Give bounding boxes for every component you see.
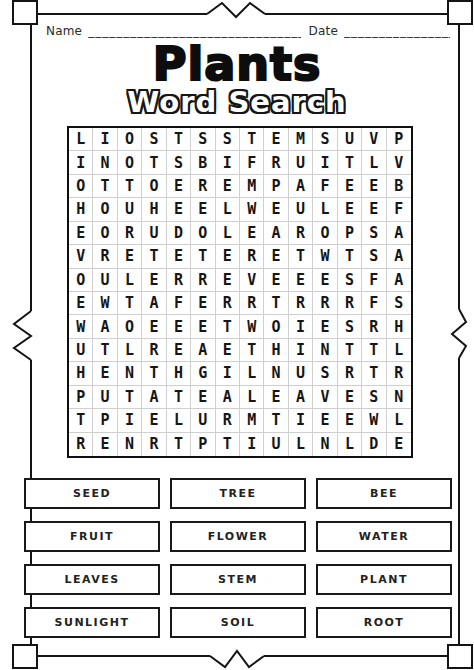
word-label: PLANT: [360, 573, 408, 586]
word-box-water[interactable]: WATER: [316, 521, 452, 552]
grid-cell[interactable]: R: [93, 245, 117, 268]
grid-cell[interactable]: E: [216, 269, 240, 292]
grid-cell[interactable]: S: [387, 292, 411, 315]
grid-cell[interactable]: E: [387, 433, 411, 456]
word-box-seed[interactable]: SEED: [24, 478, 160, 509]
grid-cell[interactable]: L: [240, 362, 264, 385]
grid-cell[interactable]: R: [118, 222, 142, 245]
grid-cell[interactable]: W: [240, 315, 264, 338]
grid-cell[interactable]: P: [191, 433, 215, 456]
grid-cell[interactable]: R: [142, 339, 166, 362]
word-box-tree[interactable]: TREE: [170, 478, 306, 509]
grid-cell[interactable]: I: [118, 409, 142, 432]
name-input-line[interactable]: ________________________________________…: [88, 24, 300, 38]
grid-cell[interactable]: L: [313, 198, 337, 221]
grid-cell[interactable]: E: [362, 175, 386, 198]
grid-cell[interactable]: O: [118, 128, 142, 151]
grid-cell[interactable]: R: [264, 151, 288, 174]
grid-cell[interactable]: H: [69, 362, 93, 385]
grid-cell[interactable]: S: [338, 269, 362, 292]
word-box-soil[interactable]: SOIL: [170, 607, 306, 638]
grid-cell[interactable]: A: [387, 245, 411, 268]
grid-cell[interactable]: T: [338, 339, 362, 362]
grid-cell[interactable]: F: [240, 151, 264, 174]
grid-cell[interactable]: I: [289, 339, 313, 362]
grid-cell[interactable]: F: [387, 198, 411, 221]
grid-cell[interactable]: R: [167, 269, 191, 292]
grid-cell[interactable]: E: [167, 198, 191, 221]
word-box-stem[interactable]: STEM: [170, 564, 306, 595]
grid-cell[interactable]: U: [338, 128, 362, 151]
word-label: STEM: [218, 573, 258, 586]
word-box-sunlight[interactable]: SUNLIGHT: [24, 607, 160, 638]
grid-cell[interactable]: N: [264, 362, 288, 385]
grid-cell[interactable]: E: [264, 128, 288, 151]
grid-cell[interactable]: D: [362, 433, 386, 456]
grid-cell[interactable]: S: [362, 222, 386, 245]
bottom-zigzag-decoration: [210, 651, 264, 667]
left-zigzag-decoration: [14, 311, 31, 360]
grid-cell[interactable]: E: [167, 339, 191, 362]
grid-cell[interactable]: N: [118, 362, 142, 385]
grid-cell[interactable]: N: [313, 339, 337, 362]
word-box-fruit[interactable]: FRUIT: [24, 521, 160, 552]
grid-cell[interactable]: E: [118, 245, 142, 268]
grid-cell[interactable]: N: [387, 386, 411, 409]
corner-square-top-right: [448, 1, 472, 24]
grid-cell[interactable]: E: [142, 409, 166, 432]
corner-square-bottom-left: [13, 645, 37, 668]
grid-cell[interactable]: W: [240, 198, 264, 221]
grid-cell[interactable]: T: [118, 175, 142, 198]
grid-cell[interactable]: A: [264, 222, 288, 245]
grid-cell[interactable]: T: [362, 339, 386, 362]
grid-cell[interactable]: E: [338, 175, 362, 198]
grid-cell[interactable]: R: [362, 315, 386, 338]
grid-cell[interactable]: T: [240, 128, 264, 151]
grid-cell[interactable]: T: [264, 409, 288, 432]
grid-cell[interactable]: O: [93, 198, 117, 221]
date-label: Date: [309, 24, 338, 38]
grid-cell[interactable]: A: [387, 269, 411, 292]
grid-cell[interactable]: L: [289, 433, 313, 456]
grid-cell[interactable]: F: [167, 292, 191, 315]
grid-cell[interactable]: E: [191, 198, 215, 221]
grid-cell[interactable]: S: [362, 245, 386, 268]
grid-cell[interactable]: N: [93, 151, 117, 174]
grid-cell[interactable]: R: [387, 362, 411, 385]
grid-cell[interactable]: N: [313, 433, 337, 456]
grid-cell[interactable]: S: [313, 128, 337, 151]
top-zigzag-decoration: [207, 3, 265, 17]
grid-cell[interactable]: N: [118, 433, 142, 456]
grid-cell[interactable]: L: [338, 433, 362, 456]
grid-cell[interactable]: H: [167, 362, 191, 385]
grid-cell[interactable]: R: [289, 292, 313, 315]
grid-cell[interactable]: G: [191, 362, 215, 385]
grid-cell[interactable]: E: [264, 386, 288, 409]
grid-cell[interactable]: S: [216, 128, 240, 151]
grid-cell[interactable]: I: [93, 128, 117, 151]
grid-cell[interactable]: L: [216, 198, 240, 221]
grid-cell[interactable]: E: [69, 292, 93, 315]
grid-cell[interactable]: A: [142, 292, 166, 315]
page-subtitle: Word Search: [0, 88, 474, 117]
grid-cell[interactable]: U: [264, 433, 288, 456]
grid-cell[interactable]: I: [216, 362, 240, 385]
grid-cell[interactable]: L: [240, 386, 264, 409]
grid-cell[interactable]: E: [362, 198, 386, 221]
grid-cell[interactable]: O: [69, 175, 93, 198]
grid-cell[interactable]: A: [142, 386, 166, 409]
grid-cell[interactable]: E: [289, 269, 313, 292]
corner-square-top-left: [13, 1, 37, 24]
grid-cell[interactable]: O: [191, 222, 215, 245]
grid-cell[interactable]: T: [69, 409, 93, 432]
grid-cell[interactable]: T: [142, 151, 166, 174]
grid-cell[interactable]: U: [142, 222, 166, 245]
grid-cell[interactable]: V: [69, 245, 93, 268]
grid-cell[interactable]: O: [118, 315, 142, 338]
grid-cell[interactable]: T: [167, 386, 191, 409]
grid-cell[interactable]: R: [216, 409, 240, 432]
grid-cell[interactable]: S: [142, 128, 166, 151]
grid-cell[interactable]: R: [191, 175, 215, 198]
grid-cell[interactable]: R: [191, 269, 215, 292]
grid-cell[interactable]: L: [118, 269, 142, 292]
grid-cell[interactable]: E: [93, 362, 117, 385]
grid-cell[interactable]: T: [93, 175, 117, 198]
grid-cell[interactable]: E: [142, 269, 166, 292]
date-input-line[interactable]: ______________________: [344, 24, 450, 38]
grid-cell[interactable]: U: [191, 409, 215, 432]
grid-cell[interactable]: V: [387, 151, 411, 174]
grid-cell[interactable]: T: [118, 386, 142, 409]
grid-cell[interactable]: L: [216, 222, 240, 245]
grid-cell[interactable]: R: [216, 292, 240, 315]
grid-cell[interactable]: T: [93, 339, 117, 362]
grid-cell[interactable]: S: [362, 386, 386, 409]
word-label: WATER: [359, 530, 409, 543]
grid-cell[interactable]: O: [118, 151, 142, 174]
grid-cell[interactable]: T: [362, 362, 386, 385]
grid-cell[interactable]: I: [216, 151, 240, 174]
grid-cell[interactable]: P: [338, 222, 362, 245]
grid-cell[interactable]: T: [118, 292, 142, 315]
grid-cell[interactable]: E: [167, 245, 191, 268]
grid-cell[interactable]: E: [216, 175, 240, 198]
grid-cell[interactable]: E: [93, 433, 117, 456]
grid-cell[interactable]: O: [264, 315, 288, 338]
grid-cell[interactable]: F: [362, 292, 386, 315]
grid-cell[interactable]: V: [362, 128, 386, 151]
grid-cell[interactable]: T: [142, 362, 166, 385]
grid-cell[interactable]: E: [191, 386, 215, 409]
word-label: FLOWER: [208, 530, 269, 543]
grid-cell[interactable]: U: [289, 198, 313, 221]
grid-cell[interactable]: V: [313, 386, 337, 409]
grid-cell[interactable]: M: [240, 175, 264, 198]
grid-cell[interactable]: E: [338, 198, 362, 221]
grid-cell[interactable]: E: [167, 315, 191, 338]
grid-cell[interactable]: U: [69, 339, 93, 362]
grid-cell[interactable]: O: [142, 175, 166, 198]
worksheet-page: Name ___________________________________…: [0, 0, 474, 670]
grid-cell[interactable]: U: [289, 151, 313, 174]
word-label: SUNLIGHT: [55, 616, 130, 629]
corner-square-bottom-right: [448, 645, 472, 668]
grid-cell[interactable]: T: [264, 292, 288, 315]
grid-cell[interactable]: E: [338, 409, 362, 432]
grid-cell[interactable]: I: [289, 315, 313, 338]
grid-cell[interactable]: L: [387, 409, 411, 432]
grid-cell[interactable]: U: [93, 269, 117, 292]
grid-cell[interactable]: L: [387, 339, 411, 362]
grid-cell[interactable]: A: [289, 175, 313, 198]
grid-cell[interactable]: E: [191, 315, 215, 338]
grid-cell[interactable]: W: [69, 315, 93, 338]
grid-cell[interactable]: H: [142, 198, 166, 221]
grid-cell[interactable]: R: [338, 362, 362, 385]
grid-cell[interactable]: A: [216, 386, 240, 409]
grid-cell[interactable]: E: [240, 222, 264, 245]
grid-cell[interactable]: E: [142, 315, 166, 338]
right-zigzag-decoration: [452, 309, 466, 358]
grid-cell[interactable]: E: [264, 269, 288, 292]
grid-cell[interactable]: A: [387, 222, 411, 245]
grid-cell[interactable]: M: [289, 128, 313, 151]
name-label: Name: [46, 24, 82, 38]
grid-cell[interactable]: E: [264, 198, 288, 221]
grid-cell[interactable]: T: [338, 151, 362, 174]
word-list: SEEDTREEBEEFRUITFLOWERWATERLEAVESSTEMPLA…: [24, 478, 452, 638]
word-box-flower[interactable]: FLOWER: [170, 521, 306, 552]
word-label: BEE: [370, 487, 398, 500]
grid-cell[interactable]: E: [338, 386, 362, 409]
grid-cell[interactable]: H: [69, 198, 93, 221]
grid-cell[interactable]: F: [362, 269, 386, 292]
grid-cell[interactable]: D: [167, 222, 191, 245]
grid-cell[interactable]: S: [313, 362, 337, 385]
word-box-plant[interactable]: PLANT: [316, 564, 452, 595]
grid-cell[interactable]: E: [216, 339, 240, 362]
word-box-leaves[interactable]: LEAVES: [24, 564, 160, 595]
grid-cell[interactable]: T: [338, 245, 362, 268]
header-row: Name ___________________________________…: [46, 22, 450, 38]
grid-cell[interactable]: L: [118, 339, 142, 362]
grid-cell[interactable]: E: [216, 245, 240, 268]
grid-cell[interactable]: F: [313, 175, 337, 198]
grid-cell[interactable]: E: [191, 292, 215, 315]
grid-cell[interactable]: A: [191, 339, 215, 362]
grid-cell[interactable]: R: [240, 245, 264, 268]
grid-cell[interactable]: A: [93, 315, 117, 338]
word-label: SEED: [73, 487, 111, 500]
word-label: FRUIT: [70, 530, 114, 543]
grid-cell[interactable]: L: [167, 409, 191, 432]
grid-cell[interactable]: U: [93, 386, 117, 409]
grid-cell[interactable]: U: [118, 198, 142, 221]
grid-cell[interactable]: T: [142, 245, 166, 268]
grid-cell[interactable]: O: [69, 269, 93, 292]
grid-cell[interactable]: L: [362, 151, 386, 174]
grid-cell[interactable]: T: [240, 339, 264, 362]
word-label: ROOT: [364, 616, 405, 629]
grid-cell[interactable]: E: [264, 245, 288, 268]
grid-cell[interactable]: O: [313, 222, 337, 245]
grid-cell[interactable]: V: [240, 269, 264, 292]
grid-cell[interactable]: E: [313, 315, 337, 338]
grid-cell[interactable]: R: [240, 292, 264, 315]
grid-cell[interactable]: R: [338, 292, 362, 315]
grid-cell[interactable]: S: [167, 151, 191, 174]
word-box-root[interactable]: ROOT: [316, 607, 452, 638]
grid-cell[interactable]: T: [216, 433, 240, 456]
grid-cell[interactable]: P: [264, 175, 288, 198]
grid-cell[interactable]: P: [69, 386, 93, 409]
grid-cell[interactable]: W: [313, 245, 337, 268]
grid-cell[interactable]: M: [240, 409, 264, 432]
grid-cell[interactable]: T: [167, 128, 191, 151]
page-title: Plants: [0, 40, 474, 88]
grid-cell[interactable]: E: [69, 222, 93, 245]
word-label: LEAVES: [64, 573, 119, 586]
grid-cell[interactable]: R: [69, 433, 93, 456]
grid-cell[interactable]: E: [313, 409, 337, 432]
grid-cell[interactable]: L: [69, 128, 93, 151]
word-box-bee[interactable]: BEE: [316, 478, 452, 509]
grid-cell[interactable]: I: [289, 409, 313, 432]
grid-cell[interactable]: I: [240, 433, 264, 456]
grid-cell[interactable]: E: [313, 269, 337, 292]
grid-cell[interactable]: U: [289, 362, 313, 385]
grid-cell[interactable]: E: [167, 175, 191, 198]
grid-cell[interactable]: W: [362, 409, 386, 432]
grid-cell[interactable]: I: [313, 151, 337, 174]
grid-cell[interactable]: P: [387, 128, 411, 151]
grid-cell[interactable]: R: [313, 292, 337, 315]
grid-cell[interactable]: B: [191, 151, 215, 174]
word-label: SOIL: [221, 616, 255, 629]
word-search-grid: LIOSTSSTEMSUVPINOTSBIFRUITLVOTTOEREMPAFE…: [67, 126, 413, 458]
grid-cell[interactable]: I: [69, 151, 93, 174]
grid-cell[interactable]: T: [216, 315, 240, 338]
grid-cell[interactable]: W: [93, 292, 117, 315]
grid-cell[interactable]: H: [387, 315, 411, 338]
grid-cell[interactable]: R: [142, 433, 166, 456]
grid-cell[interactable]: A: [289, 386, 313, 409]
grid-cell[interactable]: T: [167, 433, 191, 456]
grid-cell[interactable]: S: [191, 128, 215, 151]
grid-cell[interactable]: T: [191, 245, 215, 268]
grid-cell[interactable]: T: [289, 245, 313, 268]
grid-cell[interactable]: O: [93, 222, 117, 245]
grid-cell[interactable]: P: [93, 409, 117, 432]
grid-cell[interactable]: S: [338, 315, 362, 338]
grid-cell[interactable]: H: [264, 339, 288, 362]
word-label: TREE: [219, 487, 256, 500]
grid-cell[interactable]: R: [289, 222, 313, 245]
grid-cell[interactable]: B: [387, 175, 411, 198]
